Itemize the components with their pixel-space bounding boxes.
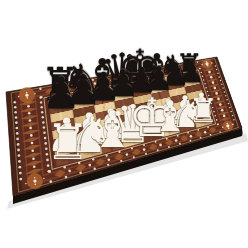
- chess-set-photo: ♜♞♝♛♚♝♞♜♟♟♟♟♟♟♟♟♟♟♟♟♟♟♟♟♜♞♝♛♚♝♞♜: [0, 0, 248, 248]
- piece-layer: ♜♞♝♛♚♝♞♜♟♟♟♟♟♟♟♟♟♟♟♟♟♟♟♟♜♞♝♛♚♝♞♜: [0, 0, 248, 248]
- white-rook-h1[interactable]: ♜: [189, 95, 219, 128]
- black-pawn-h7[interactable]: ♟: [178, 57, 205, 87]
